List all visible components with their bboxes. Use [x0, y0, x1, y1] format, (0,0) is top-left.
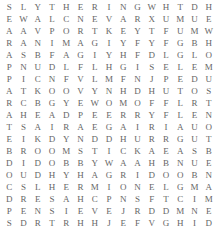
- grid-cell[interactable]: H: [116, 134, 130, 146]
- grid-cell[interactable]: E: [59, 182, 73, 194]
- grid-cell[interactable]: S: [45, 206, 59, 218]
- grid-cell[interactable]: M: [202, 194, 216, 206]
- grid-cell[interactable]: G: [130, 1, 144, 13]
- grid-cell[interactable]: O: [31, 146, 45, 158]
- grid-cell[interactable]: N: [31, 206, 45, 218]
- grid-cell[interactable]: T: [173, 1, 187, 13]
- grid-cell[interactable]: C: [173, 194, 187, 206]
- grid-cell[interactable]: R: [59, 122, 73, 134]
- grid-cell[interactable]: D: [145, 170, 159, 182]
- grid-cell[interactable]: L: [31, 182, 45, 194]
- grid-cell[interactable]: H: [73, 194, 87, 206]
- grid-cell[interactable]: U: [130, 134, 144, 146]
- grid-cell[interactable]: P: [2, 61, 16, 73]
- grid-cell[interactable]: O: [102, 97, 116, 109]
- grid-cell[interactable]: Y: [59, 134, 73, 146]
- grid-cell[interactable]: I: [130, 170, 144, 182]
- grid-cell[interactable]: Y: [145, 37, 159, 49]
- grid-cell[interactable]: O: [45, 146, 59, 158]
- grid-cell[interactable]: W: [102, 158, 116, 170]
- grid-cell[interactable]: I: [45, 122, 59, 134]
- grid-cell[interactable]: C: [16, 97, 30, 109]
- grid-cell[interactable]: B: [31, 49, 45, 61]
- grid-cell[interactable]: M: [173, 13, 187, 25]
- grid-cell[interactable]: A: [130, 158, 144, 170]
- grid-cell[interactable]: I: [187, 218, 201, 230]
- grid-cell[interactable]: I: [59, 206, 73, 218]
- grid-cell[interactable]: G: [73, 49, 87, 61]
- grid-cell[interactable]: A: [73, 122, 87, 134]
- grid-cell[interactable]: F: [130, 49, 144, 61]
- grid-cell[interactable]: H: [73, 218, 87, 230]
- grid-cell[interactable]: E: [31, 109, 45, 121]
- grid-cell[interactable]: N: [202, 109, 216, 121]
- grid-cell[interactable]: M: [202, 61, 216, 73]
- grid-cell[interactable]: O: [2, 170, 16, 182]
- grid-cell[interactable]: I: [102, 37, 116, 49]
- grid-cell[interactable]: G: [173, 49, 187, 61]
- grid-cell[interactable]: N: [45, 73, 59, 85]
- grid-cell[interactable]: A: [31, 122, 45, 134]
- grid-cell[interactable]: W: [16, 13, 30, 25]
- grid-cell[interactable]: W: [202, 25, 216, 37]
- grid-cell[interactable]: U: [159, 85, 173, 97]
- grid-cell[interactable]: T: [145, 25, 159, 37]
- grid-cell[interactable]: R: [2, 97, 16, 109]
- grid-cell[interactable]: L: [88, 73, 102, 85]
- grid-cell[interactable]: G: [173, 37, 187, 49]
- grid-cell[interactable]: N: [202, 170, 216, 182]
- grid-cell[interactable]: D: [59, 109, 73, 121]
- grid-cell[interactable]: I: [45, 37, 59, 49]
- word-search-grid: SLYTHERINGWHTDHEWALCNEVARXUMUEAAVPORTKEY…: [0, 0, 218, 231]
- grid-cell[interactable]: E: [159, 146, 173, 158]
- grid-cell[interactable]: D: [102, 134, 116, 146]
- grid-cell[interactable]: O: [173, 170, 187, 182]
- grid-cell[interactable]: G: [45, 97, 59, 109]
- grid-cell[interactable]: N: [16, 61, 30, 73]
- grid-cell[interactable]: N: [173, 158, 187, 170]
- grid-cell[interactable]: U: [31, 61, 45, 73]
- grid-cell[interactable]: J: [102, 218, 116, 230]
- grid-cell[interactable]: E: [31, 194, 45, 206]
- grid-cell[interactable]: R: [187, 97, 201, 109]
- grid-cell[interactable]: P: [2, 206, 16, 218]
- grid-cell[interactable]: A: [145, 146, 159, 158]
- grid-cell[interactable]: S: [16, 122, 30, 134]
- grid-cell[interactable]: U: [16, 170, 30, 182]
- grid-cell[interactable]: F: [45, 49, 59, 61]
- grid-cell[interactable]: L: [173, 61, 187, 73]
- grid-cell[interactable]: T: [202, 134, 216, 146]
- grid-cell[interactable]: R: [145, 122, 159, 134]
- grid-cell[interactable]: F: [73, 61, 87, 73]
- grid-cell[interactable]: S: [45, 194, 59, 206]
- grid-cell[interactable]: E: [2, 134, 16, 146]
- grid-cell[interactable]: Y: [88, 158, 102, 170]
- grid-cell[interactable]: R: [16, 194, 30, 206]
- grid-cell[interactable]: D: [88, 134, 102, 146]
- grid-cell[interactable]: K: [31, 85, 45, 97]
- grid-cell[interactable]: U: [187, 13, 201, 25]
- grid-cell[interactable]: R: [73, 25, 87, 37]
- grid-cell[interactable]: L: [187, 49, 201, 61]
- grid-cell[interactable]: H: [45, 182, 59, 194]
- grid-cell[interactable]: L: [159, 49, 173, 61]
- grid-cell[interactable]: H: [173, 218, 187, 230]
- grid-cell[interactable]: A: [173, 146, 187, 158]
- grid-cell[interactable]: Y: [145, 109, 159, 121]
- grid-cell[interactable]: R: [159, 134, 173, 146]
- grid-cell[interactable]: H: [59, 1, 73, 13]
- grid-cell[interactable]: R: [130, 13, 144, 25]
- grid-cell[interactable]: G: [88, 37, 102, 49]
- grid-cell[interactable]: T: [202, 97, 216, 109]
- grid-cell[interactable]: V: [31, 25, 45, 37]
- grid-cell[interactable]: A: [116, 158, 130, 170]
- grid-cell[interactable]: G: [159, 218, 173, 230]
- grid-cell[interactable]: A: [202, 182, 216, 194]
- grid-cell[interactable]: I: [102, 1, 116, 13]
- grid-cell[interactable]: J: [116, 206, 130, 218]
- grid-cell[interactable]: E: [187, 61, 201, 73]
- grid-cell[interactable]: D: [145, 49, 159, 61]
- grid-cell[interactable]: V: [88, 206, 102, 218]
- grid-cell[interactable]: H: [102, 61, 116, 73]
- grid-cell[interactable]: M: [59, 146, 73, 158]
- grid-cell[interactable]: B: [187, 170, 201, 182]
- grid-cell[interactable]: I: [102, 146, 116, 158]
- grid-cell[interactable]: M: [59, 37, 73, 49]
- grid-cell[interactable]: E: [202, 13, 216, 25]
- grid-cell[interactable]: C: [31, 73, 45, 85]
- grid-cell[interactable]: N: [130, 73, 144, 85]
- grid-cell[interactable]: M: [187, 25, 201, 37]
- grid-cell[interactable]: A: [2, 109, 16, 121]
- grid-cell[interactable]: O: [45, 158, 59, 170]
- grid-cell[interactable]: N: [187, 206, 201, 218]
- grid-cell[interactable]: B: [31, 97, 45, 109]
- grid-cell[interactable]: I: [130, 122, 144, 134]
- grid-cell[interactable]: R: [88, 1, 102, 13]
- grid-cell[interactable]: B: [2, 146, 16, 158]
- grid-cell[interactable]: O: [130, 97, 144, 109]
- grid-cell[interactable]: A: [173, 122, 187, 134]
- grid-cell[interactable]: D: [2, 158, 16, 170]
- grid-cell[interactable]: U: [187, 134, 201, 146]
- grid-cell[interactable]: C: [59, 13, 73, 25]
- grid-cell[interactable]: E: [202, 158, 216, 170]
- grid-cell[interactable]: H: [145, 158, 159, 170]
- grid-cell[interactable]: Y: [102, 49, 116, 61]
- grid-cell[interactable]: N: [31, 37, 45, 49]
- grid-cell[interactable]: H: [159, 1, 173, 13]
- grid-cell[interactable]: D: [31, 158, 45, 170]
- grid-cell[interactable]: P: [45, 25, 59, 37]
- grid-cell[interactable]: D: [187, 73, 201, 85]
- grid-cell[interactable]: Y: [130, 25, 144, 37]
- grid-cell[interactable]: E: [16, 206, 30, 218]
- grid-cell[interactable]: S: [16, 182, 30, 194]
- grid-cell[interactable]: E: [102, 206, 116, 218]
- grid-cell[interactable]: J: [145, 73, 159, 85]
- grid-cell[interactable]: T: [45, 218, 59, 230]
- grid-cell[interactable]: L: [88, 61, 102, 73]
- grid-cell[interactable]: F: [145, 194, 159, 206]
- grid-cell[interactable]: A: [88, 170, 102, 182]
- grid-cell[interactable]: T: [45, 1, 59, 13]
- grid-cell[interactable]: F: [59, 73, 73, 85]
- grid-cell[interactable]: B: [73, 158, 87, 170]
- grid-cell[interactable]: R: [31, 218, 45, 230]
- grid-cell[interactable]: D: [2, 194, 16, 206]
- grid-cell[interactable]: A: [45, 109, 59, 121]
- grid-cell[interactable]: U: [202, 73, 216, 85]
- grid-cell[interactable]: H: [202, 37, 216, 49]
- grid-cell[interactable]: M: [88, 182, 102, 194]
- grid-cell[interactable]: H: [16, 109, 30, 121]
- grid-cell[interactable]: O: [159, 170, 173, 182]
- grid-cell[interactable]: O: [59, 85, 73, 97]
- grid-cell[interactable]: I: [88, 49, 102, 61]
- grid-cell[interactable]: D: [45, 134, 59, 146]
- grid-cell[interactable]: C: [116, 146, 130, 158]
- grid-cell[interactable]: T: [16, 85, 30, 97]
- grid-cell[interactable]: A: [31, 13, 45, 25]
- grid-cell[interactable]: Y: [59, 170, 73, 182]
- grid-cell[interactable]: V: [145, 218, 159, 230]
- grid-cell[interactable]: S: [16, 49, 30, 61]
- grid-cell[interactable]: D: [145, 206, 159, 218]
- grid-cell[interactable]: I: [16, 134, 30, 146]
- grid-cell[interactable]: H: [202, 1, 216, 13]
- grid-cell[interactable]: A: [2, 25, 16, 37]
- grid-cell[interactable]: F: [159, 97, 173, 109]
- grid-cell[interactable]: I: [102, 182, 116, 194]
- grid-cell[interactable]: O: [116, 182, 130, 194]
- grid-cell[interactable]: M: [173, 206, 187, 218]
- grid-cell[interactable]: E: [88, 13, 102, 25]
- grid-cell[interactable]: M: [187, 182, 201, 194]
- grid-cell[interactable]: S: [73, 146, 87, 158]
- grid-cell[interactable]: U: [173, 25, 187, 37]
- grid-cell[interactable]: F: [159, 37, 173, 49]
- grid-cell[interactable]: T: [88, 146, 102, 158]
- grid-cell[interactable]: P: [102, 194, 116, 206]
- grid-cell[interactable]: E: [2, 13, 16, 25]
- grid-cell[interactable]: F: [159, 25, 173, 37]
- grid-cell[interactable]: A: [16, 37, 30, 49]
- grid-cell[interactable]: A: [59, 194, 73, 206]
- grid-cell[interactable]: E: [202, 206, 216, 218]
- grid-cell[interactable]: E: [102, 109, 116, 121]
- grid-cell[interactable]: T: [2, 122, 16, 134]
- grid-cell[interactable]: K: [130, 146, 144, 158]
- grid-cell[interactable]: D: [159, 206, 173, 218]
- grid-cell[interactable]: I: [187, 194, 201, 206]
- grid-cell[interactable]: V: [73, 73, 87, 85]
- grid-cell[interactable]: R: [130, 109, 144, 121]
- grid-cell[interactable]: A: [2, 49, 16, 61]
- grid-cell[interactable]: O: [202, 49, 216, 61]
- grid-cell[interactable]: E: [145, 182, 159, 194]
- grid-cell[interactable]: E: [88, 122, 102, 134]
- grid-cell[interactable]: O: [45, 85, 59, 97]
- grid-cell[interactable]: R: [73, 182, 87, 194]
- grid-cell[interactable]: A: [2, 85, 16, 97]
- grid-cell[interactable]: F: [145, 97, 159, 109]
- grid-cell[interactable]: H: [73, 170, 87, 182]
- grid-cell[interactable]: W: [145, 1, 159, 13]
- grid-cell[interactable]: R: [116, 170, 130, 182]
- grid-cell[interactable]: N: [130, 182, 144, 194]
- grid-cell[interactable]: E: [159, 61, 173, 73]
- grid-cell[interactable]: R: [130, 206, 144, 218]
- grid-cell[interactable]: B: [187, 37, 201, 49]
- grid-cell[interactable]: Y: [116, 37, 130, 49]
- grid-cell[interactable]: V: [73, 85, 87, 97]
- grid-cell[interactable]: R: [2, 37, 16, 49]
- grid-cell[interactable]: T: [159, 194, 173, 206]
- grid-cell[interactable]: H: [88, 218, 102, 230]
- grid-cell[interactable]: B: [159, 158, 173, 170]
- grid-cell[interactable]: N: [73, 13, 87, 25]
- grid-cell[interactable]: E: [116, 218, 130, 230]
- grid-cell[interactable]: H: [45, 170, 59, 182]
- grid-cell[interactable]: K: [102, 25, 116, 37]
- grid-cell[interactable]: V: [102, 13, 116, 25]
- grid-cell[interactable]: T: [88, 25, 102, 37]
- grid-cell[interactable]: S: [2, 1, 16, 13]
- grid-cell[interactable]: F: [159, 109, 173, 121]
- grid-cell[interactable]: L: [45, 13, 59, 25]
- grid-cell[interactable]: M: [116, 97, 130, 109]
- grid-cell[interactable]: I: [159, 122, 173, 134]
- grid-cell[interactable]: B: [59, 158, 73, 170]
- grid-cell[interactable]: U: [187, 122, 201, 134]
- grid-cell[interactable]: L: [159, 182, 173, 194]
- grid-cell[interactable]: K: [31, 134, 45, 146]
- grid-cell[interactable]: C: [2, 182, 16, 194]
- grid-cell[interactable]: N: [116, 1, 130, 13]
- grid-cell[interactable]: A: [16, 25, 30, 37]
- grid-cell[interactable]: H: [116, 49, 130, 61]
- grid-cell[interactable]: R: [59, 218, 73, 230]
- grid-cell[interactable]: F: [116, 73, 130, 85]
- grid-cell[interactable]: L: [173, 109, 187, 121]
- grid-cell[interactable]: E: [88, 109, 102, 121]
- grid-cell[interactable]: O: [187, 85, 201, 97]
- grid-cell[interactable]: G: [102, 122, 116, 134]
- grid-cell[interactable]: C: [88, 194, 102, 206]
- grid-cell[interactable]: L: [173, 97, 187, 109]
- grid-cell[interactable]: D: [45, 61, 59, 73]
- grid-cell[interactable]: A: [116, 122, 130, 134]
- grid-cell[interactable]: D: [16, 218, 30, 230]
- grid-cell[interactable]: Y: [59, 97, 73, 109]
- grid-cell[interactable]: D: [202, 218, 216, 230]
- grid-cell[interactable]: A: [59, 49, 73, 61]
- grid-cell[interactable]: H: [116, 85, 130, 97]
- grid-cell[interactable]: P: [2, 73, 16, 85]
- grid-cell[interactable]: P: [73, 109, 87, 121]
- grid-cell[interactable]: E: [116, 25, 130, 37]
- grid-cell[interactable]: S: [202, 85, 216, 97]
- grid-cell[interactable]: F: [130, 37, 144, 49]
- grid-cell[interactable]: N: [102, 85, 116, 97]
- grid-cell[interactable]: L: [16, 1, 30, 13]
- grid-cell[interactable]: A: [116, 13, 130, 25]
- grid-cell[interactable]: N: [116, 194, 130, 206]
- grid-cell[interactable]: S: [187, 146, 201, 158]
- grid-cell[interactable]: G: [173, 134, 187, 146]
- grid-cell[interactable]: N: [73, 134, 87, 146]
- grid-cell[interactable]: G: [116, 61, 130, 73]
- grid-cell[interactable]: W: [88, 97, 102, 109]
- grid-cell[interactable]: P: [159, 73, 173, 85]
- grid-cell[interactable]: Y: [88, 85, 102, 97]
- grid-cell[interactable]: B: [202, 146, 216, 158]
- grid-cell[interactable]: U: [187, 158, 201, 170]
- grid-cell[interactable]: L: [59, 61, 73, 73]
- grid-cell[interactable]: E: [173, 73, 187, 85]
- grid-cell[interactable]: I: [16, 73, 30, 85]
- grid-cell[interactable]: I: [16, 158, 30, 170]
- grid-cell[interactable]: S: [145, 61, 159, 73]
- grid-cell[interactable]: I: [130, 61, 144, 73]
- grid-cell[interactable]: O: [202, 122, 216, 134]
- grid-cell[interactable]: H: [145, 85, 159, 97]
- grid-cell[interactable]: R: [16, 146, 30, 158]
- grid-cell[interactable]: A: [73, 37, 87, 49]
- grid-cell[interactable]: Y: [31, 1, 45, 13]
- grid-cell[interactable]: E: [187, 109, 201, 121]
- grid-cell[interactable]: U: [159, 13, 173, 25]
- grid-cell[interactable]: G: [102, 170, 116, 182]
- grid-cell[interactable]: F: [130, 218, 144, 230]
- grid-cell[interactable]: X: [145, 13, 159, 25]
- grid-cell[interactable]: D: [31, 170, 45, 182]
- grid-cell[interactable]: T: [173, 85, 187, 97]
- grid-cell[interactable]: R: [145, 134, 159, 146]
- grid-cell[interactable]: E: [73, 1, 87, 13]
- grid-cell[interactable]: D: [187, 1, 201, 13]
- grid-cell[interactable]: E: [73, 97, 87, 109]
- grid-cell[interactable]: D: [130, 85, 144, 97]
- grid-cell[interactable]: E: [73, 206, 87, 218]
- grid-cell[interactable]: S: [2, 218, 16, 230]
- grid-cell[interactable]: M: [102, 73, 116, 85]
- grid-cell[interactable]: O: [59, 25, 73, 37]
- grid-cell[interactable]: G: [173, 182, 187, 194]
- grid-cell[interactable]: S: [130, 194, 144, 206]
- grid-cell[interactable]: R: [116, 109, 130, 121]
